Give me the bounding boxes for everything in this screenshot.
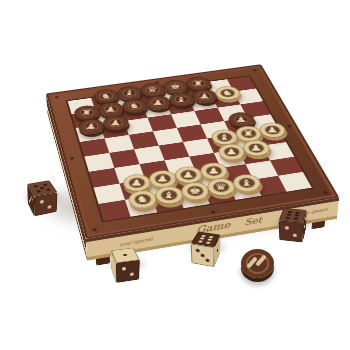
box-foot xyxy=(311,221,325,230)
die-pip xyxy=(206,259,210,263)
frame-peg xyxy=(55,96,59,99)
piece-glyph: ♟ xyxy=(207,167,220,175)
piece-glyph: ♜ xyxy=(192,80,203,87)
piece-glyph: ♜ xyxy=(242,130,254,138)
piece-glyph: ♞ xyxy=(136,195,149,204)
frame-peg xyxy=(323,191,329,194)
die-pip xyxy=(207,238,212,241)
die-pip xyxy=(33,185,38,188)
frame-peg xyxy=(70,157,75,160)
die-pip xyxy=(304,223,305,228)
piece-glyph: ♟ xyxy=(235,116,247,123)
die-pip xyxy=(198,240,203,243)
piece-glyph: ♚ xyxy=(188,186,201,195)
die-pip xyxy=(286,216,291,219)
die-pip xyxy=(196,248,200,252)
die-right[interactable] xyxy=(281,203,305,227)
piece-glyph: ♝ xyxy=(175,96,186,103)
piece-glyph: ♟ xyxy=(225,148,238,156)
product-photo: your special Game Set family games ♞♝♛♚♜… xyxy=(0,0,350,350)
die-pip xyxy=(287,213,292,215)
die-pip xyxy=(130,272,134,276)
die-bottom-left[interactable] xyxy=(113,243,137,267)
disc-inlay-stripe xyxy=(255,254,267,266)
die-pip xyxy=(200,237,205,240)
die-pip xyxy=(295,214,300,216)
die-pip xyxy=(294,217,299,220)
scene: your special Game Set family games ♞♝♛♚♜… xyxy=(0,0,350,350)
loose-checker-disc[interactable] xyxy=(241,249,274,278)
piece-glyph: ♟ xyxy=(182,170,194,178)
piece-glyph: ♟ xyxy=(104,106,116,113)
piece-glyph: ♛ xyxy=(147,86,158,93)
die-pip xyxy=(217,248,218,253)
die-pip xyxy=(123,254,128,257)
piece-glyph: ♟ xyxy=(198,93,209,100)
front-text-set: Set xyxy=(244,215,262,227)
piece-glyph: ♝ xyxy=(218,133,230,141)
die-pip xyxy=(293,234,297,238)
die-pip xyxy=(303,230,304,235)
frame-peg xyxy=(92,228,97,232)
board-square[interactable] xyxy=(171,111,201,128)
die-face-front xyxy=(116,260,140,283)
die-pip xyxy=(40,200,44,204)
piece-glyph: ♟ xyxy=(266,126,279,134)
frame-peg xyxy=(211,210,216,213)
piece-glyph: ♞ xyxy=(221,89,233,96)
piece-glyph: ♟ xyxy=(249,144,262,152)
piece-glyph: ♝ xyxy=(123,89,135,96)
die-face-front xyxy=(279,220,304,242)
piece-glyph: ♜ xyxy=(80,109,92,116)
die-pip xyxy=(305,217,306,222)
die-pip xyxy=(31,196,32,202)
die-pip xyxy=(122,267,126,271)
die-bottom-center[interactable] xyxy=(194,227,218,251)
die-face-front xyxy=(191,243,215,267)
piece-glyph: ♟ xyxy=(152,99,163,106)
die-pip xyxy=(46,188,51,191)
piece-glyph: ♟ xyxy=(156,174,169,183)
frame-peg xyxy=(253,69,258,71)
piece-glyph: ♚ xyxy=(170,83,181,90)
piece-glyph: ♞ xyxy=(128,102,140,109)
piece-glyph: ♟ xyxy=(109,119,121,126)
die-pip xyxy=(206,241,211,244)
die-pip xyxy=(284,226,288,230)
piece-glyph: ♞ xyxy=(100,93,112,100)
die-far-left[interactable] xyxy=(30,176,54,200)
die-pip xyxy=(36,190,41,193)
die-pip xyxy=(201,254,205,258)
piece-glyph: ♝ xyxy=(240,178,253,187)
piece-glyph: ♟ xyxy=(130,178,143,187)
frame-peg xyxy=(287,125,292,128)
die-pip xyxy=(43,183,48,186)
piece-glyph: ♝ xyxy=(162,190,175,199)
piece-glyph: ♟ xyxy=(85,123,97,130)
die-pip xyxy=(39,187,44,190)
piece-glyph: ♛ xyxy=(214,182,227,191)
die-pip xyxy=(48,205,52,209)
box-right-face xyxy=(260,64,339,218)
